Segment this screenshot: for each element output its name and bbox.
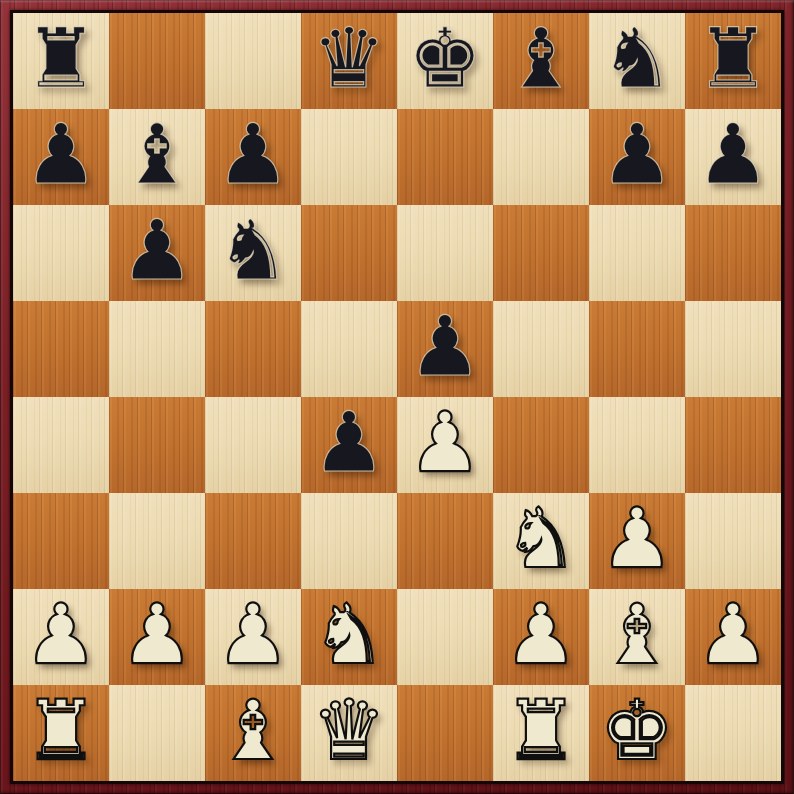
square-g8[interactable]: ♞ bbox=[589, 13, 685, 109]
square-h6[interactable] bbox=[685, 205, 781, 301]
chess-board-window: ♜♛♚♝♞♜♟♝♟♟♟♟♞♟♟♟♞♟♟♟♟♞♟♝♟♜♝♛♜♚ bbox=[0, 0, 794, 794]
piece-black-knight-c6[interactable]: ♞ bbox=[216, 203, 290, 299]
piece-black-pawn-h7[interactable]: ♟ bbox=[696, 107, 770, 203]
square-e1[interactable] bbox=[397, 685, 493, 781]
piece-black-bishop-f8[interactable]: ♝ bbox=[504, 11, 578, 107]
square-g4[interactable] bbox=[589, 397, 685, 493]
piece-black-pawn-e5[interactable]: ♟ bbox=[408, 299, 482, 395]
square-e2[interactable] bbox=[397, 589, 493, 685]
square-f7[interactable] bbox=[493, 109, 589, 205]
square-a6[interactable] bbox=[13, 205, 109, 301]
square-f5[interactable] bbox=[493, 301, 589, 397]
square-g5[interactable] bbox=[589, 301, 685, 397]
square-a1[interactable]: ♜ bbox=[13, 685, 109, 781]
square-h1[interactable] bbox=[685, 685, 781, 781]
piece-white-knight-d2[interactable]: ♞ bbox=[312, 587, 386, 683]
piece-white-pawn-f2[interactable]: ♟ bbox=[504, 587, 578, 683]
square-d7[interactable] bbox=[301, 109, 397, 205]
square-a8[interactable]: ♜ bbox=[13, 13, 109, 109]
piece-black-queen-d8[interactable]: ♛ bbox=[312, 11, 386, 107]
piece-white-bishop-c1[interactable]: ♝ bbox=[216, 683, 290, 779]
square-c8[interactable] bbox=[205, 13, 301, 109]
square-f1[interactable]: ♜ bbox=[493, 685, 589, 781]
square-e7[interactable] bbox=[397, 109, 493, 205]
square-a7[interactable]: ♟ bbox=[13, 109, 109, 205]
square-g6[interactable] bbox=[589, 205, 685, 301]
piece-white-bishop-g2[interactable]: ♝ bbox=[600, 587, 674, 683]
square-b3[interactable] bbox=[109, 493, 205, 589]
square-h4[interactable] bbox=[685, 397, 781, 493]
piece-white-pawn-h2[interactable]: ♟ bbox=[696, 587, 770, 683]
square-b8[interactable] bbox=[109, 13, 205, 109]
square-c1[interactable]: ♝ bbox=[205, 685, 301, 781]
square-h3[interactable] bbox=[685, 493, 781, 589]
piece-black-pawn-c7[interactable]: ♟ bbox=[216, 107, 290, 203]
square-g2[interactable]: ♝ bbox=[589, 589, 685, 685]
piece-black-rook-a8[interactable]: ♜ bbox=[24, 11, 98, 107]
square-b4[interactable] bbox=[109, 397, 205, 493]
square-f8[interactable]: ♝ bbox=[493, 13, 589, 109]
square-d4[interactable]: ♟ bbox=[301, 397, 397, 493]
square-d6[interactable] bbox=[301, 205, 397, 301]
square-e5[interactable]: ♟ bbox=[397, 301, 493, 397]
square-h2[interactable]: ♟ bbox=[685, 589, 781, 685]
square-h7[interactable]: ♟ bbox=[685, 109, 781, 205]
square-b7[interactable]: ♝ bbox=[109, 109, 205, 205]
square-e8[interactable]: ♚ bbox=[397, 13, 493, 109]
square-d3[interactable] bbox=[301, 493, 397, 589]
square-d8[interactable]: ♛ bbox=[301, 13, 397, 109]
square-c3[interactable] bbox=[205, 493, 301, 589]
square-e4[interactable]: ♟ bbox=[397, 397, 493, 493]
square-a3[interactable] bbox=[13, 493, 109, 589]
piece-black-pawn-d4[interactable]: ♟ bbox=[312, 395, 386, 491]
square-c7[interactable]: ♟ bbox=[205, 109, 301, 205]
piece-white-king-g1[interactable]: ♚ bbox=[600, 683, 674, 779]
square-b1[interactable] bbox=[109, 685, 205, 781]
square-a5[interactable] bbox=[13, 301, 109, 397]
piece-white-rook-a1[interactable]: ♜ bbox=[24, 683, 98, 779]
piece-white-pawn-e4[interactable]: ♟ bbox=[408, 395, 482, 491]
piece-black-pawn-g7[interactable]: ♟ bbox=[600, 107, 674, 203]
square-b6[interactable]: ♟ bbox=[109, 205, 205, 301]
square-g7[interactable]: ♟ bbox=[589, 109, 685, 205]
piece-black-bishop-b7[interactable]: ♝ bbox=[120, 107, 194, 203]
square-a2[interactable]: ♟ bbox=[13, 589, 109, 685]
square-d1[interactable]: ♛ bbox=[301, 685, 397, 781]
square-c4[interactable] bbox=[205, 397, 301, 493]
piece-white-rook-f1[interactable]: ♜ bbox=[504, 683, 578, 779]
square-f4[interactable] bbox=[493, 397, 589, 493]
piece-white-pawn-g3[interactable]: ♟ bbox=[600, 491, 674, 587]
piece-black-pawn-b6[interactable]: ♟ bbox=[120, 203, 194, 299]
piece-white-pawn-a2[interactable]: ♟ bbox=[24, 587, 98, 683]
square-b2[interactable]: ♟ bbox=[109, 589, 205, 685]
piece-black-pawn-a7[interactable]: ♟ bbox=[24, 107, 98, 203]
piece-white-queen-d1[interactable]: ♛ bbox=[312, 683, 386, 779]
square-g3[interactable]: ♟ bbox=[589, 493, 685, 589]
piece-black-knight-g8[interactable]: ♞ bbox=[600, 11, 674, 107]
square-c6[interactable]: ♞ bbox=[205, 205, 301, 301]
square-h5[interactable] bbox=[685, 301, 781, 397]
square-h8[interactable]: ♜ bbox=[685, 13, 781, 109]
square-e3[interactable] bbox=[397, 493, 493, 589]
square-g1[interactable]: ♚ bbox=[589, 685, 685, 781]
square-c2[interactable]: ♟ bbox=[205, 589, 301, 685]
piece-white-pawn-b2[interactable]: ♟ bbox=[120, 587, 194, 683]
piece-white-pawn-c2[interactable]: ♟ bbox=[216, 587, 290, 683]
square-e6[interactable] bbox=[397, 205, 493, 301]
piece-white-knight-f3[interactable]: ♞ bbox=[504, 491, 578, 587]
piece-black-king-e8[interactable]: ♚ bbox=[408, 11, 482, 107]
square-d5[interactable] bbox=[301, 301, 397, 397]
piece-black-rook-h8[interactable]: ♜ bbox=[696, 11, 770, 107]
square-f2[interactable]: ♟ bbox=[493, 589, 589, 685]
board-inner-border: ♜♛♚♝♞♜♟♝♟♟♟♟♞♟♟♟♞♟♟♟♟♞♟♝♟♜♝♛♜♚ bbox=[10, 10, 784, 784]
square-b5[interactable] bbox=[109, 301, 205, 397]
square-d2[interactable]: ♞ bbox=[301, 589, 397, 685]
chess-board-grid: ♜♛♚♝♞♜♟♝♟♟♟♟♞♟♟♟♞♟♟♟♟♞♟♝♟♜♝♛♜♚ bbox=[13, 13, 781, 781]
square-c5[interactable] bbox=[205, 301, 301, 397]
square-a4[interactable] bbox=[13, 397, 109, 493]
square-f6[interactable] bbox=[493, 205, 589, 301]
square-f3[interactable]: ♞ bbox=[493, 493, 589, 589]
